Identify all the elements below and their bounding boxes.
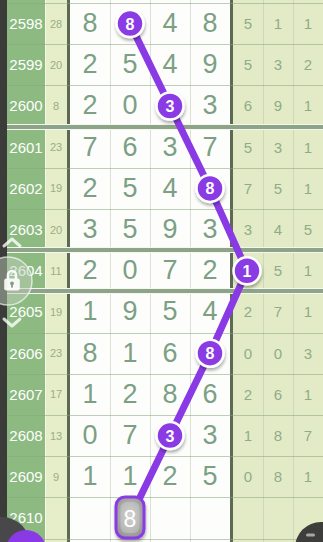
draw-number: 2606: [7, 333, 45, 374]
right-digit-cell: 1: [293, 3, 323, 44]
chart-row-2603: 2603203593345: [0, 209, 323, 250]
chart-row-2598: 2598288848511: [0, 3, 323, 44]
stat-value: [45, 497, 67, 538]
right-digit-cell: 6: [233, 85, 263, 126]
chevron-down-icon[interactable]: [4, 319, 20, 326]
row-lock-control[interactable]: [0, 235, 46, 330]
digit-cell: 3: [190, 85, 230, 126]
digit-cell: 2: [70, 44, 110, 85]
chart-row-2609: 260991125081: [0, 456, 323, 497]
right-digit-cell: 5: [233, 44, 263, 85]
digit-cell: 5: [150, 291, 190, 332]
digit-cell: 2: [190, 250, 230, 291]
chart-row-2602: 2602192548751: [0, 168, 323, 209]
digit-cell: 7: [110, 415, 150, 456]
digit-cell: 9: [150, 209, 190, 250]
digit-cell: 1: [70, 456, 110, 497]
right-digit-cell: 5: [293, 209, 323, 250]
right-digit-cell: 5: [233, 3, 263, 44]
stat-value: 28: [45, 3, 67, 44]
digit-cell: 0: [110, 85, 150, 126]
digit-cell: 8: [190, 168, 230, 209]
draw-number: 2599: [7, 44, 45, 85]
digit-cell: 1: [70, 374, 110, 415]
draw-number: 2610: [7, 497, 45, 538]
right-digit-cell: 3: [263, 127, 293, 168]
digit-cell: 7: [190, 127, 230, 168]
digit-cell: 2: [70, 250, 110, 291]
chart-row-2607: 2607171286261: [0, 374, 323, 415]
right-digit-cell: 9: [263, 85, 293, 126]
draw-number: 2598: [7, 3, 45, 44]
digit-cell: 6: [110, 127, 150, 168]
stat-value: 19: [45, 168, 67, 209]
digit-cell: 2: [70, 168, 110, 209]
digit-cell: 8: [190, 3, 230, 44]
digit-cell: 7: [150, 250, 190, 291]
digit-cell: 4: [150, 168, 190, 209]
chart-row-2600: 260082033691: [0, 85, 323, 126]
row-line: [7, 539, 323, 540]
digit-cell: 3: [150, 415, 190, 456]
digit-cell: [70, 497, 110, 538]
digit-cell: 6: [150, 333, 190, 374]
right-digit-cell: 3: [293, 333, 323, 374]
digit-cell: 3: [150, 85, 190, 126]
digit-cell: 9: [110, 291, 150, 332]
draw-number: 2607: [7, 374, 45, 415]
stat-value: 23: [45, 333, 67, 374]
right-digit-cell: 1: [293, 250, 323, 291]
stat-value: 9: [45, 456, 67, 497]
digit-cell: 3: [150, 127, 190, 168]
stat-value: 20: [45, 209, 67, 250]
right-digit-cell: 2: [233, 291, 263, 332]
right-digit-cell: [293, 497, 323, 538]
draw-number: 2609: [7, 456, 45, 497]
right-digit-cell: 1: [233, 250, 263, 291]
digit-cell: 1: [110, 333, 150, 374]
chart-row-2608: 2608130733187: [0, 415, 323, 456]
digit-cell: 3: [190, 209, 230, 250]
lottery-trend-chart: 2598288848511259920254953226008203369126…: [0, 0, 323, 542]
chart-row-2604: 2604112072151: [0, 250, 323, 291]
stat-value: 20: [45, 44, 67, 85]
digit-cell: 6: [190, 374, 230, 415]
chart-row-2599: 2599202549532: [0, 44, 323, 85]
digit-cell: 3: [70, 209, 110, 250]
digit-cell: 7: [70, 127, 110, 168]
right-digit-cell: 2: [233, 374, 263, 415]
draw-number: 2608: [7, 415, 45, 456]
right-digit-cell: 1: [293, 374, 323, 415]
right-digit-cell: [233, 497, 263, 538]
digit-cell: 8: [70, 333, 110, 374]
right-digit-cell: 1: [233, 415, 263, 456]
digit-cell: 4: [190, 291, 230, 332]
digit-cell: 4: [150, 44, 190, 85]
digit-cell: 2: [110, 374, 150, 415]
chart-row-2601: 2601237637531: [0, 127, 323, 168]
digit-cell: 4: [150, 3, 190, 44]
digit-cell: 9: [190, 44, 230, 85]
digit-cell: [190, 497, 230, 538]
right-digit-cell: 5: [233, 127, 263, 168]
right-digit-cell: 0: [233, 456, 263, 497]
right-digit-cell: 1: [263, 3, 293, 44]
chevron-up-icon[interactable]: [4, 239, 20, 246]
right-digit-cell: 1: [293, 291, 323, 332]
digit-cell: [150, 497, 190, 538]
stat-value: 19: [45, 291, 67, 332]
chart-row-2610: 2610: [0, 497, 323, 538]
digit-cell: 8: [190, 333, 230, 374]
digit-cell: 8: [150, 374, 190, 415]
digit-cell: 3: [190, 415, 230, 456]
right-digit-cell: 1: [293, 127, 323, 168]
digit-cell: [110, 497, 150, 538]
right-digit-cell: 0: [263, 333, 293, 374]
chart-row-2606: 2606238168003: [0, 333, 323, 374]
right-digit-cell: 1: [293, 456, 323, 497]
stat-value: 17: [45, 374, 67, 415]
right-digit-cell: 0: [233, 333, 263, 374]
digit-cell: 0: [110, 250, 150, 291]
right-digit-cell: [263, 497, 293, 538]
digit-cell: 8: [70, 3, 110, 44]
right-digit-cell: 8: [263, 415, 293, 456]
right-digit-cell: 4: [263, 209, 293, 250]
right-digit-cell: 7: [293, 415, 323, 456]
digit-cell: 5: [110, 168, 150, 209]
right-digit-cell: 2: [293, 44, 323, 85]
right-digit-cell: 1: [293, 85, 323, 126]
digit-cell: 5: [190, 456, 230, 497]
digit-cell: 8: [110, 3, 150, 44]
right-digit-cell: 3: [233, 209, 263, 250]
right-digit-cell: 5: [263, 168, 293, 209]
stat-value: 11: [45, 250, 67, 291]
right-digit-cell: 7: [233, 168, 263, 209]
digit-cell: 2: [150, 456, 190, 497]
right-digit-cell: 1: [293, 168, 323, 209]
digit-cell: 0: [70, 415, 110, 456]
digit-cell: 1: [70, 291, 110, 332]
right-digit-cell: 5: [263, 250, 293, 291]
digit-cell: 1: [110, 456, 150, 497]
digit-cell: 5: [110, 209, 150, 250]
right-digit-cell: 6: [263, 374, 293, 415]
draw-number: 2600: [7, 85, 45, 126]
stat-value: 23: [45, 127, 67, 168]
draw-number: 2602: [7, 168, 45, 209]
draw-number: 2601: [7, 127, 45, 168]
stat-value: 8: [45, 85, 67, 126]
stat-value: 13: [45, 415, 67, 456]
digit-cell: 2: [70, 85, 110, 126]
right-digit-cell: 7: [263, 291, 293, 332]
digit-cell: 5: [110, 44, 150, 85]
chart-row-2605: 2605191954271: [0, 291, 323, 332]
right-digit-cell: 8: [263, 456, 293, 497]
right-digit-cell: 3: [263, 44, 293, 85]
